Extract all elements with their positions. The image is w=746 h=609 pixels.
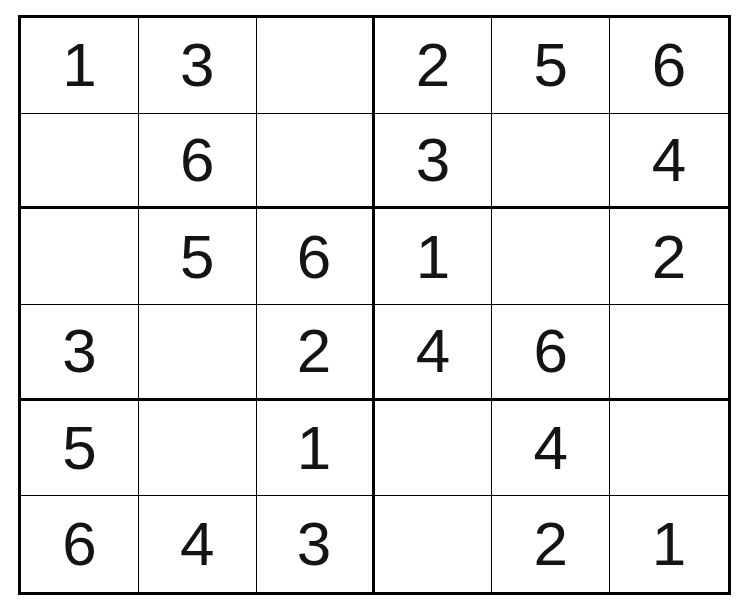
cell-r3c1[interactable] [21, 209, 139, 305]
cell-r1c6[interactable]: 6 [610, 18, 728, 114]
cell-r2c1[interactable] [21, 114, 139, 210]
given-digit: 6 [180, 129, 214, 191]
cell-r2c5[interactable] [492, 114, 610, 210]
given-digit: 3 [180, 34, 214, 96]
cell-r4c3[interactable]: 2 [257, 305, 375, 401]
cell-r3c5[interactable] [492, 209, 610, 305]
cell-r2c4[interactable]: 3 [375, 114, 493, 210]
cell-r3c2[interactable]: 5 [139, 209, 257, 305]
cell-r6c5[interactable]: 2 [492, 496, 610, 592]
given-digit: 3 [62, 320, 96, 382]
given-digit: 2 [416, 34, 450, 96]
sudoku-board: 132566345612324651464321 [18, 15, 731, 595]
given-digit: 1 [416, 226, 450, 288]
cell-r2c3[interactable] [257, 114, 375, 210]
given-digit: 1 [297, 417, 331, 479]
cell-r6c1[interactable]: 6 [21, 496, 139, 592]
cell-r1c2[interactable]: 3 [139, 18, 257, 114]
cell-r6c4[interactable] [375, 496, 493, 592]
given-digit: 2 [297, 320, 331, 382]
given-digit: 5 [62, 417, 96, 479]
given-digit: 6 [297, 226, 331, 288]
cell-r1c3[interactable] [257, 18, 375, 114]
cell-r5c2[interactable] [139, 401, 257, 497]
cell-r5c5[interactable]: 4 [492, 401, 610, 497]
cell-r4c4[interactable]: 4 [375, 305, 493, 401]
cell-r4c2[interactable] [139, 305, 257, 401]
cell-r5c1[interactable]: 5 [21, 401, 139, 497]
given-digit: 6 [652, 34, 686, 96]
given-digit: 4 [534, 417, 568, 479]
cell-r4c5[interactable]: 6 [492, 305, 610, 401]
given-digit: 5 [180, 226, 214, 288]
sudoku-page: 132566345612324651464321 [0, 0, 746, 609]
given-digit: 1 [652, 513, 686, 575]
given-digit: 6 [62, 513, 96, 575]
cell-r6c6[interactable]: 1 [610, 496, 728, 592]
cell-r2c6[interactable]: 4 [610, 114, 728, 210]
cell-r3c6[interactable]: 2 [610, 209, 728, 305]
given-digit: 4 [416, 320, 450, 382]
given-digit: 3 [297, 513, 331, 575]
cell-r3c3[interactable]: 6 [257, 209, 375, 305]
cell-r6c3[interactable]: 3 [257, 496, 375, 592]
cell-r4c1[interactable]: 3 [21, 305, 139, 401]
given-digit: 6 [534, 320, 568, 382]
cell-r1c4[interactable]: 2 [375, 18, 493, 114]
given-digit: 5 [534, 34, 568, 96]
given-digit: 1 [62, 34, 96, 96]
cell-r1c1[interactable]: 1 [21, 18, 139, 114]
given-digit: 2 [652, 226, 686, 288]
cell-r6c2[interactable]: 4 [139, 496, 257, 592]
given-digit: 3 [416, 129, 450, 191]
cell-r5c6[interactable] [610, 401, 728, 497]
given-digit: 4 [180, 513, 214, 575]
given-digit: 4 [652, 129, 686, 191]
cell-r1c5[interactable]: 5 [492, 18, 610, 114]
given-digit: 2 [534, 513, 568, 575]
cell-r5c4[interactable] [375, 401, 493, 497]
cell-r2c2[interactable]: 6 [139, 114, 257, 210]
cell-r5c3[interactable]: 1 [257, 401, 375, 497]
cell-r4c6[interactable] [610, 305, 728, 401]
cell-r3c4[interactable]: 1 [375, 209, 493, 305]
